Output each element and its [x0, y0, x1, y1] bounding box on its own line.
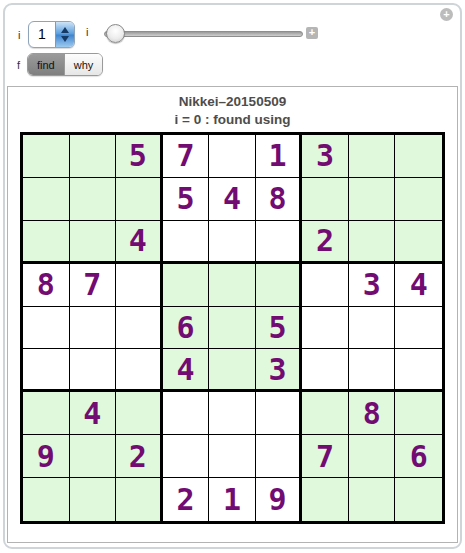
cell-r1c6: 1 — [256, 135, 303, 178]
cell-r7c2: 4 — [70, 392, 117, 435]
cell-r9c7 — [302, 478, 349, 521]
find-button[interactable]: find — [28, 54, 64, 75]
cell-r8c3: 2 — [116, 435, 163, 478]
cell-r7c7 — [302, 392, 349, 435]
cell-r2c5: 4 — [209, 178, 256, 221]
cell-r4c9: 4 — [395, 264, 442, 307]
cell-r4c8: 3 — [349, 264, 396, 307]
i-slider-track[interactable] — [104, 31, 303, 37]
cell-r6c3 — [116, 349, 163, 392]
cell-r1c8 — [349, 135, 396, 178]
cell-r3c9 — [395, 221, 442, 264]
cell-r3c6 — [256, 221, 303, 264]
cell-r2c9 — [395, 178, 442, 221]
cell-r3c7: 2 — [302, 221, 349, 264]
cell-r8c8 — [349, 435, 396, 478]
cell-r8c7: 7 — [302, 435, 349, 478]
cell-r7c9 — [395, 392, 442, 435]
cell-r5c3 — [116, 307, 163, 350]
puzzle-title: Nikkei–20150509 — [8, 94, 457, 109]
popup-selected-value: 1 — [38, 26, 46, 42]
cell-r3c8 — [349, 221, 396, 264]
cell-r5c4: 6 — [163, 307, 210, 350]
cell-r9c3 — [116, 478, 163, 521]
cell-r4c7 — [302, 264, 349, 307]
cell-r9c8 — [349, 478, 396, 521]
popup-variable-label: i — [18, 29, 20, 41]
cell-r9c6: 9 — [256, 478, 303, 521]
cell-r6c1 — [23, 349, 70, 392]
cell-r7c6 — [256, 392, 303, 435]
cell-r9c4: 2 — [163, 478, 210, 521]
cell-r2c8 — [349, 178, 396, 221]
cell-r1c9 — [395, 135, 442, 178]
cell-r9c9 — [395, 478, 442, 521]
cell-r5c8 — [349, 307, 396, 350]
cell-r2c3 — [116, 178, 163, 221]
cell-r7c5 — [209, 392, 256, 435]
cell-r2c4: 5 — [163, 178, 210, 221]
cell-r6c2 — [70, 349, 117, 392]
cell-r4c2: 7 — [70, 264, 117, 307]
slider-expand-button[interactable]: + — [306, 27, 318, 39]
cell-r7c4 — [163, 392, 210, 435]
demonstration-plus-button[interactable]: + — [440, 8, 453, 21]
cell-r8c2 — [70, 435, 117, 478]
cell-r1c3: 5 — [116, 135, 163, 178]
cell-r1c5 — [209, 135, 256, 178]
cell-r6c8 — [349, 349, 396, 392]
cell-r9c5: 1 — [209, 478, 256, 521]
cell-r5c6: 5 — [256, 307, 303, 350]
cell-r7c1 — [23, 392, 70, 435]
cell-r2c2 — [70, 178, 117, 221]
setter-variable-label: f — [17, 59, 20, 71]
cell-r7c3 — [116, 392, 163, 435]
cell-r1c4: 7 — [163, 135, 210, 178]
i-slider-thumb[interactable] — [106, 24, 125, 43]
cell-r2c7 — [302, 178, 349, 221]
cell-r1c1 — [23, 135, 70, 178]
cell-r1c2 — [70, 135, 117, 178]
cell-r6c7 — [302, 349, 349, 392]
cell-r3c1 — [23, 221, 70, 264]
cell-r6c4: 4 — [163, 349, 210, 392]
cell-r6c5 — [209, 349, 256, 392]
f-setter-bar: find why — [27, 53, 103, 76]
cell-r4c6 — [256, 264, 303, 307]
cell-r3c3: 4 — [116, 221, 163, 264]
cell-r5c2 — [70, 307, 117, 350]
cell-r2c6: 8 — [256, 178, 303, 221]
cell-r7c8: 8 — [349, 392, 396, 435]
cell-r9c2 — [70, 478, 117, 521]
cell-r6c9 — [395, 349, 442, 392]
cell-r8c4 — [163, 435, 210, 478]
cell-r4c1: 8 — [23, 264, 70, 307]
i-popup-menu[interactable]: 1 — [28, 21, 75, 48]
cell-r3c4 — [163, 221, 210, 264]
popup-stepper[interactable] — [55, 22, 74, 47]
puzzle-subtitle: i = 0 : found using — [8, 112, 457, 127]
cell-r8c1: 9 — [23, 435, 70, 478]
cell-r3c2 — [70, 221, 117, 264]
sudoku-grid: 57135484287346543489276219 — [20, 132, 445, 524]
demonstration-window: i 1 i + f find why + Nikkei–20150509 i =… — [0, 0, 465, 553]
cell-r2c1 — [23, 178, 70, 221]
cell-r4c5 — [209, 264, 256, 307]
cell-r1c7: 3 — [302, 135, 349, 178]
cell-r4c3 — [116, 264, 163, 307]
why-button[interactable]: why — [64, 54, 103, 75]
cell-r9c1 — [23, 478, 70, 521]
cell-r5c7 — [302, 307, 349, 350]
stepper-down-icon — [61, 36, 69, 42]
cell-r5c9 — [395, 307, 442, 350]
cell-r5c1 — [23, 307, 70, 350]
stepper-up-icon — [61, 27, 69, 33]
cell-r8c5 — [209, 435, 256, 478]
cell-r8c6 — [256, 435, 303, 478]
cell-r5c5 — [209, 307, 256, 350]
cell-r3c5 — [209, 221, 256, 264]
slider-variable-label: i — [86, 26, 88, 38]
cell-r8c9: 6 — [395, 435, 442, 478]
sudoku-panel: Nikkei–20150509 i = 0 : found using 5713… — [7, 86, 458, 543]
cell-r4c4 — [163, 264, 210, 307]
cell-r6c6: 3 — [256, 349, 303, 392]
